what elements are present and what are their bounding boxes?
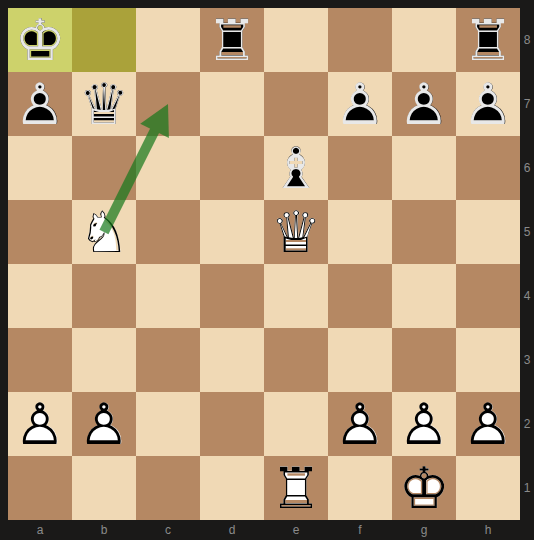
square-b7[interactable]: ♛♕♛ bbox=[72, 72, 136, 136]
square-b4[interactable] bbox=[72, 264, 136, 328]
piece-glyph: ♜ bbox=[264, 456, 328, 520]
board: ♚♔♚♜♖♜♜♖♜♟♙♟♛♕♛♟♙♟♟♙♟♟♙♟♝♗♝♞♘♛♕♟♙♟♙♟♙♟♙♟… bbox=[8, 8, 520, 520]
square-b5[interactable]: ♞♘ bbox=[72, 200, 136, 264]
piece-bP-a7[interactable]: ♟♙♟ bbox=[8, 72, 72, 136]
piece-glyph: ♛ bbox=[264, 200, 328, 264]
piece-bP-f7[interactable]: ♟♙♟ bbox=[328, 72, 392, 136]
file-labels: abcdefgh bbox=[8, 520, 520, 540]
piece-glyph: ♟ bbox=[456, 72, 520, 136]
rank-label-2: 2 bbox=[520, 392, 534, 456]
square-h2[interactable]: ♟♙ bbox=[456, 392, 520, 456]
square-g7[interactable]: ♟♙♟ bbox=[392, 72, 456, 136]
piece-wP-b2[interactable]: ♟♙ bbox=[72, 392, 136, 456]
rank-label-4: 4 bbox=[520, 264, 534, 328]
piece-glyph: ♔ bbox=[392, 456, 456, 520]
piece-glyph: ♕ bbox=[264, 200, 328, 264]
chess-board-app: ♚♔♚♜♖♜♜♖♜♟♙♟♛♕♛♟♙♟♟♙♟♟♙♟♝♗♝♞♘♛♕♟♙♟♙♟♙♟♙♟… bbox=[0, 0, 534, 540]
square-g3[interactable] bbox=[392, 328, 456, 392]
piece-glyph: ♙ bbox=[456, 392, 520, 456]
piece-glyph: ♟ bbox=[8, 72, 72, 136]
piece-glyph: ♜ bbox=[200, 8, 264, 72]
piece-glyph: ♚ bbox=[392, 456, 456, 520]
file-label-h: h bbox=[456, 520, 520, 540]
square-f3[interactable] bbox=[328, 328, 392, 392]
square-g2[interactable]: ♟♙ bbox=[392, 392, 456, 456]
square-d7[interactable] bbox=[200, 72, 264, 136]
square-b2[interactable]: ♟♙ bbox=[72, 392, 136, 456]
file-label-c: c bbox=[136, 520, 200, 540]
piece-glyph: ♙ bbox=[328, 392, 392, 456]
square-f4[interactable] bbox=[328, 264, 392, 328]
piece-glyph: ♟ bbox=[72, 392, 136, 456]
square-e5[interactable]: ♛♕ bbox=[264, 200, 328, 264]
square-g6[interactable] bbox=[392, 136, 456, 200]
square-c6[interactable] bbox=[136, 136, 200, 200]
square-f5[interactable] bbox=[328, 200, 392, 264]
square-c1[interactable] bbox=[136, 456, 200, 520]
file-label-a: a bbox=[8, 520, 72, 540]
piece-bR-h8[interactable]: ♜♖♜ bbox=[456, 8, 520, 72]
square-e8[interactable] bbox=[264, 8, 328, 72]
piece-wP-h2[interactable]: ♟♙ bbox=[456, 392, 520, 456]
piece-glyph: ♛ bbox=[72, 72, 136, 136]
piece-glyph: ♝ bbox=[264, 136, 328, 200]
piece-glyph: ♟ bbox=[328, 72, 392, 136]
square-c8[interactable] bbox=[136, 8, 200, 72]
square-h7[interactable]: ♟♙♟ bbox=[456, 72, 520, 136]
piece-glyph: ♙ bbox=[392, 72, 456, 136]
square-e4[interactable] bbox=[264, 264, 328, 328]
piece-wR-e1[interactable]: ♜♖ bbox=[264, 456, 328, 520]
piece-glyph: ♙ bbox=[72, 392, 136, 456]
rank-label-5: 5 bbox=[520, 200, 534, 264]
piece-glyph: ♞ bbox=[72, 200, 136, 264]
piece-glyph: ♟ bbox=[328, 392, 392, 456]
piece-glyph: ♖ bbox=[200, 8, 264, 72]
square-e7[interactable] bbox=[264, 72, 328, 136]
rank-label-6: 6 bbox=[520, 136, 534, 200]
square-e1[interactable]: ♜♖ bbox=[264, 456, 328, 520]
square-a5[interactable] bbox=[8, 200, 72, 264]
file-label-g: g bbox=[392, 520, 456, 540]
file-label-b: b bbox=[72, 520, 136, 540]
square-c7[interactable] bbox=[136, 72, 200, 136]
piece-glyph: ♟ bbox=[328, 72, 392, 136]
rank-label-8: 8 bbox=[520, 8, 534, 72]
square-h1[interactable] bbox=[456, 456, 520, 520]
rank-label-7: 7 bbox=[520, 72, 534, 136]
piece-glyph: ♙ bbox=[8, 72, 72, 136]
piece-glyph: ♘ bbox=[72, 200, 136, 264]
square-d1[interactable] bbox=[200, 456, 264, 520]
piece-bP-g7[interactable]: ♟♙♟ bbox=[392, 72, 456, 136]
square-a3[interactable] bbox=[8, 328, 72, 392]
square-b3[interactable] bbox=[72, 328, 136, 392]
rank-label-3: 3 bbox=[520, 328, 534, 392]
square-f8[interactable] bbox=[328, 8, 392, 72]
square-h4[interactable] bbox=[456, 264, 520, 328]
square-a4[interactable] bbox=[8, 264, 72, 328]
piece-bK-a8[interactable]: ♚♔♚ bbox=[8, 8, 72, 72]
piece-glyph: ♜ bbox=[200, 8, 264, 72]
piece-glyph: ♕ bbox=[72, 72, 136, 136]
square-a8[interactable]: ♚♔♚ bbox=[8, 8, 72, 72]
piece-glyph: ♙ bbox=[392, 392, 456, 456]
square-d6[interactable] bbox=[200, 136, 264, 200]
piece-glyph: ♟ bbox=[8, 72, 72, 136]
piece-wQ-e5[interactable]: ♛♕ bbox=[264, 200, 328, 264]
piece-glyph: ♟ bbox=[456, 392, 520, 456]
piece-glyph: ♛ bbox=[72, 72, 136, 136]
piece-glyph: ♖ bbox=[264, 456, 328, 520]
piece-glyph: ♙ bbox=[8, 392, 72, 456]
square-g4[interactable] bbox=[392, 264, 456, 328]
file-label-d: d bbox=[200, 520, 264, 540]
file-label-e: e bbox=[264, 520, 328, 540]
square-b6[interactable] bbox=[72, 136, 136, 200]
square-h8[interactable]: ♜♖♜ bbox=[456, 8, 520, 72]
rank-labels: 87654321 bbox=[520, 8, 534, 520]
piece-wP-a2[interactable]: ♟♙ bbox=[8, 392, 72, 456]
square-d3[interactable] bbox=[200, 328, 264, 392]
piece-glyph: ♗ bbox=[264, 136, 328, 200]
square-b1[interactable] bbox=[72, 456, 136, 520]
piece-wK-g1[interactable]: ♚♔ bbox=[392, 456, 456, 520]
piece-glyph: ♟ bbox=[456, 72, 520, 136]
piece-glyph: ♔ bbox=[8, 8, 72, 72]
piece-wN-b5[interactable]: ♞♘ bbox=[72, 200, 136, 264]
piece-bB-e6[interactable]: ♝♗♝ bbox=[264, 136, 328, 200]
square-f6[interactable] bbox=[328, 136, 392, 200]
square-f2[interactable]: ♟♙ bbox=[328, 392, 392, 456]
piece-glyph: ♟ bbox=[8, 392, 72, 456]
piece-glyph: ♚ bbox=[8, 8, 72, 72]
square-d4[interactable] bbox=[200, 264, 264, 328]
piece-glyph: ♖ bbox=[456, 8, 520, 72]
file-label-f: f bbox=[328, 520, 392, 540]
square-d5[interactable] bbox=[200, 200, 264, 264]
square-f1[interactable] bbox=[328, 456, 392, 520]
square-d8[interactable]: ♜♖♜ bbox=[200, 8, 264, 72]
square-c2[interactable] bbox=[136, 392, 200, 456]
square-d2[interactable] bbox=[200, 392, 264, 456]
square-a7[interactable]: ♟♙♟ bbox=[8, 72, 72, 136]
square-c5[interactable] bbox=[136, 200, 200, 264]
square-c4[interactable] bbox=[136, 264, 200, 328]
piece-glyph: ♜ bbox=[456, 8, 520, 72]
square-h3[interactable] bbox=[456, 328, 520, 392]
square-f7[interactable]: ♟♙♟ bbox=[328, 72, 392, 136]
square-g8[interactable] bbox=[392, 8, 456, 72]
square-c3[interactable] bbox=[136, 328, 200, 392]
square-a1[interactable] bbox=[8, 456, 72, 520]
piece-glyph: ♜ bbox=[456, 8, 520, 72]
piece-bR-d8[interactable]: ♜♖♜ bbox=[200, 8, 264, 72]
square-e3[interactable] bbox=[264, 328, 328, 392]
square-h5[interactable] bbox=[456, 200, 520, 264]
piece-glyph: ♝ bbox=[264, 136, 328, 200]
piece-glyph: ♚ bbox=[8, 8, 72, 72]
piece-bP-h7[interactable]: ♟♙♟ bbox=[456, 72, 520, 136]
square-a6[interactable] bbox=[8, 136, 72, 200]
piece-wP-f2[interactable]: ♟♙ bbox=[328, 392, 392, 456]
square-g1[interactable]: ♚♔ bbox=[392, 456, 456, 520]
piece-bQ-b7[interactable]: ♛♕♛ bbox=[72, 72, 136, 136]
square-b8[interactable] bbox=[72, 8, 136, 72]
square-h6[interactable] bbox=[456, 136, 520, 200]
square-g5[interactable] bbox=[392, 200, 456, 264]
rank-label-1: 1 bbox=[520, 456, 534, 520]
piece-glyph: ♟ bbox=[392, 392, 456, 456]
piece-glyph: ♟ bbox=[392, 72, 456, 136]
piece-glyph: ♟ bbox=[392, 72, 456, 136]
square-e6[interactable]: ♝♗♝ bbox=[264, 136, 328, 200]
square-e2[interactable] bbox=[264, 392, 328, 456]
piece-glyph: ♙ bbox=[456, 72, 520, 136]
piece-wP-g2[interactable]: ♟♙ bbox=[392, 392, 456, 456]
piece-glyph: ♙ bbox=[328, 72, 392, 136]
square-a2[interactable]: ♟♙ bbox=[8, 392, 72, 456]
